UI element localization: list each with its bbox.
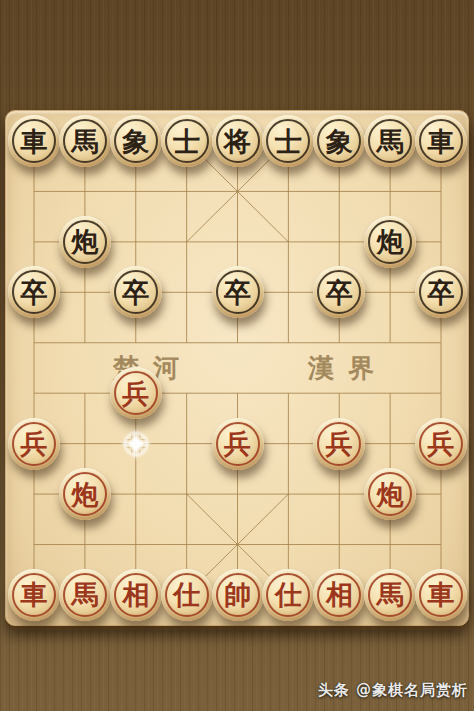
- piece-red-cannon[interactable]: 炮: [59, 468, 111, 520]
- piece-black-elephant[interactable]: 象: [313, 115, 365, 167]
- piece-character: 帥: [224, 581, 251, 608]
- piece-character: 車: [428, 581, 455, 608]
- piece-character: 炮: [377, 481, 404, 508]
- piece-character: 馬: [71, 581, 98, 608]
- watermark: 头条 @象棋名局赏析: [318, 681, 468, 700]
- piece-character: 相: [326, 581, 353, 608]
- piece-character: 将: [224, 128, 251, 155]
- piece-red-elephant[interactable]: 相: [110, 569, 162, 621]
- piece-character: 卒: [326, 279, 353, 306]
- piece-red-soldier[interactable]: 兵: [212, 418, 264, 470]
- piece-black-elephant[interactable]: 象: [110, 115, 162, 167]
- piece-character: 象: [122, 128, 149, 155]
- piece-red-chariot[interactable]: 車: [415, 569, 467, 621]
- piece-red-soldier[interactable]: 兵: [313, 418, 365, 470]
- piece-black-general[interactable]: 将: [212, 115, 264, 167]
- piece-character: 卒: [122, 279, 149, 306]
- piece-character: 仕: [173, 581, 200, 608]
- piece-character: 車: [21, 128, 48, 155]
- piece-red-soldier[interactable]: 兵: [8, 418, 60, 470]
- piece-red-horse[interactable]: 馬: [364, 569, 416, 621]
- piece-character: 兵: [224, 430, 251, 457]
- piece-character: 象: [326, 128, 353, 155]
- piece-black-soldier[interactable]: 卒: [415, 266, 467, 318]
- piece-black-chariot[interactable]: 車: [8, 115, 60, 167]
- piece-character: 炮: [71, 481, 98, 508]
- piece-black-chariot[interactable]: 車: [415, 115, 467, 167]
- piece-red-soldier[interactable]: 兵: [110, 367, 162, 419]
- piece-character: 炮: [377, 228, 404, 255]
- piece-red-advisor[interactable]: 仕: [161, 569, 213, 621]
- piece-black-horse[interactable]: 馬: [364, 115, 416, 167]
- piece-black-soldier[interactable]: 卒: [212, 266, 264, 318]
- piece-character: 車: [21, 581, 48, 608]
- piece-character: 士: [173, 128, 200, 155]
- piece-character: 士: [275, 128, 302, 155]
- piece-character: 車: [428, 128, 455, 155]
- xiangqi-board[interactable]: 楚河 漢界 車馬象士将士象馬車炮炮卒卒卒卒卒兵兵兵兵兵炮炮車馬相仕帥仕相馬車: [5, 110, 469, 626]
- piece-black-soldier[interactable]: 卒: [110, 266, 162, 318]
- board-grid: [6, 111, 470, 627]
- piece-black-advisor[interactable]: 士: [161, 115, 213, 167]
- piece-black-soldier[interactable]: 卒: [8, 266, 60, 318]
- piece-character: 馬: [377, 128, 404, 155]
- piece-character: 卒: [428, 279, 455, 306]
- piece-red-chariot[interactable]: 車: [8, 569, 60, 621]
- piece-red-general[interactable]: 帥: [212, 569, 264, 621]
- piece-black-cannon[interactable]: 炮: [364, 216, 416, 268]
- piece-character: 馬: [377, 581, 404, 608]
- piece-black-cannon[interactable]: 炮: [59, 216, 111, 268]
- piece-red-elephant[interactable]: 相: [313, 569, 365, 621]
- piece-black-horse[interactable]: 馬: [59, 115, 111, 167]
- piece-red-soldier[interactable]: 兵: [415, 418, 467, 470]
- piece-red-advisor[interactable]: 仕: [262, 569, 314, 621]
- piece-character: 炮: [71, 228, 98, 255]
- piece-character: 兵: [428, 430, 455, 457]
- piece-character: 仕: [275, 581, 302, 608]
- piece-character: 馬: [71, 128, 98, 155]
- piece-character: 相: [122, 581, 149, 608]
- piece-red-horse[interactable]: 馬: [59, 569, 111, 621]
- piece-character: 卒: [224, 279, 251, 306]
- piece-character: 兵: [122, 380, 149, 407]
- game-screen: 楚河 漢界 車馬象士将士象馬車炮炮卒卒卒卒卒兵兵兵兵兵炮炮車馬相仕帥仕相馬車 头…: [0, 0, 474, 711]
- piece-character: 兵: [326, 430, 353, 457]
- piece-black-advisor[interactable]: 士: [262, 115, 314, 167]
- piece-character: 兵: [21, 430, 48, 457]
- piece-character: 卒: [21, 279, 48, 306]
- piece-red-cannon[interactable]: 炮: [364, 468, 416, 520]
